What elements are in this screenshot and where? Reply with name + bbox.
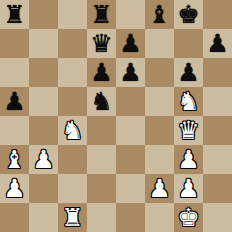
black-king-g8: ♚ (177, 0, 199, 29)
square-b6[interactable] (29, 58, 58, 87)
square-e2[interactable] (116, 174, 145, 203)
black-pawn-d6: ♟ (90, 58, 112, 87)
square-a3[interactable]: ♝ (0, 145, 29, 174)
white-queen-g4: ♛ (177, 116, 199, 145)
white-pawn-f2: ♟ (148, 174, 170, 203)
square-b2[interactable] (29, 174, 58, 203)
square-e4[interactable] (116, 116, 145, 145)
square-d8[interactable]: ♜ (87, 0, 116, 29)
white-king-g1: ♚ (177, 203, 199, 232)
white-bishop-a3: ♝ (3, 145, 25, 174)
square-a5[interactable]: ♟ (0, 87, 29, 116)
square-c5[interactable] (58, 87, 87, 116)
square-d3[interactable] (87, 145, 116, 174)
square-e1[interactable] (116, 203, 145, 232)
square-g8[interactable]: ♚ (174, 0, 203, 29)
square-a4[interactable] (0, 116, 29, 145)
square-f1[interactable] (145, 203, 174, 232)
square-h2[interactable] (203, 174, 232, 203)
white-pawn-b3: ♟ (32, 145, 54, 174)
square-h7[interactable]: ♟ (203, 29, 232, 58)
square-d4[interactable] (87, 116, 116, 145)
square-g2[interactable]: ♟ (174, 174, 203, 203)
square-d5[interactable]: ♞ (87, 87, 116, 116)
square-f4[interactable] (145, 116, 174, 145)
square-b7[interactable] (29, 29, 58, 58)
square-a6[interactable] (0, 58, 29, 87)
square-g1[interactable]: ♚ (174, 203, 203, 232)
square-c6[interactable] (58, 58, 87, 87)
square-e5[interactable] (116, 87, 145, 116)
white-pawn-g3: ♟ (177, 145, 199, 174)
square-h6[interactable] (203, 58, 232, 87)
square-g5[interactable]: ♞ (174, 87, 203, 116)
white-pawn-a2: ♟ (3, 174, 25, 203)
square-h5[interactable] (203, 87, 232, 116)
black-rook-d8: ♜ (90, 0, 112, 29)
square-b1[interactable] (29, 203, 58, 232)
square-b5[interactable] (29, 87, 58, 116)
square-f5[interactable] (145, 87, 174, 116)
square-a8[interactable]: ♜ (0, 0, 29, 29)
square-d2[interactable] (87, 174, 116, 203)
square-b3[interactable]: ♟ (29, 145, 58, 174)
square-c4[interactable]: ♞ (58, 116, 87, 145)
square-f7[interactable] (145, 29, 174, 58)
square-h3[interactable] (203, 145, 232, 174)
black-queen-d7: ♛ (90, 29, 112, 58)
chess-board-container: ♜♜♝♚♛♟♟♟♟♟♟♞♞♞♛♝♟♟♟♟♟♜♚ (0, 0, 232, 232)
square-e6[interactable]: ♟ (116, 58, 145, 87)
white-knight-c4: ♞ (61, 116, 83, 145)
black-rook-a8: ♜ (3, 0, 25, 29)
white-knight-g5: ♞ (177, 87, 199, 116)
square-a1[interactable] (0, 203, 29, 232)
chess-board: ♜♜♝♚♛♟♟♟♟♟♟♞♞♞♛♝♟♟♟♟♟♜♚ (0, 0, 232, 232)
square-d7[interactable]: ♛ (87, 29, 116, 58)
white-pawn-g2: ♟ (177, 174, 199, 203)
square-g4[interactable]: ♛ (174, 116, 203, 145)
square-a7[interactable] (0, 29, 29, 58)
square-c8[interactable] (58, 0, 87, 29)
square-b8[interactable] (29, 0, 58, 29)
square-g6[interactable]: ♟ (174, 58, 203, 87)
black-pawn-e7: ♟ (119, 29, 141, 58)
square-c1[interactable]: ♜ (58, 203, 87, 232)
square-e8[interactable] (116, 0, 145, 29)
black-pawn-h7: ♟ (206, 29, 228, 58)
square-f3[interactable] (145, 145, 174, 174)
square-h4[interactable] (203, 116, 232, 145)
square-f8[interactable]: ♝ (145, 0, 174, 29)
square-h1[interactable] (203, 203, 232, 232)
white-rook-c1: ♜ (61, 203, 83, 232)
square-a2[interactable]: ♟ (0, 174, 29, 203)
square-b4[interactable] (29, 116, 58, 145)
black-bishop-f8: ♝ (148, 0, 170, 29)
square-e3[interactable] (116, 145, 145, 174)
black-pawn-g6: ♟ (177, 58, 199, 87)
square-h8[interactable] (203, 0, 232, 29)
square-g7[interactable] (174, 29, 203, 58)
black-pawn-a5: ♟ (3, 87, 25, 116)
square-c7[interactable] (58, 29, 87, 58)
black-knight-d5: ♞ (90, 87, 112, 116)
square-f6[interactable] (145, 58, 174, 87)
black-pawn-e6: ♟ (119, 58, 141, 87)
square-c2[interactable] (58, 174, 87, 203)
square-g3[interactable]: ♟ (174, 145, 203, 174)
square-c3[interactable] (58, 145, 87, 174)
square-d1[interactable] (87, 203, 116, 232)
square-e7[interactable]: ♟ (116, 29, 145, 58)
square-d6[interactable]: ♟ (87, 58, 116, 87)
square-f2[interactable]: ♟ (145, 174, 174, 203)
